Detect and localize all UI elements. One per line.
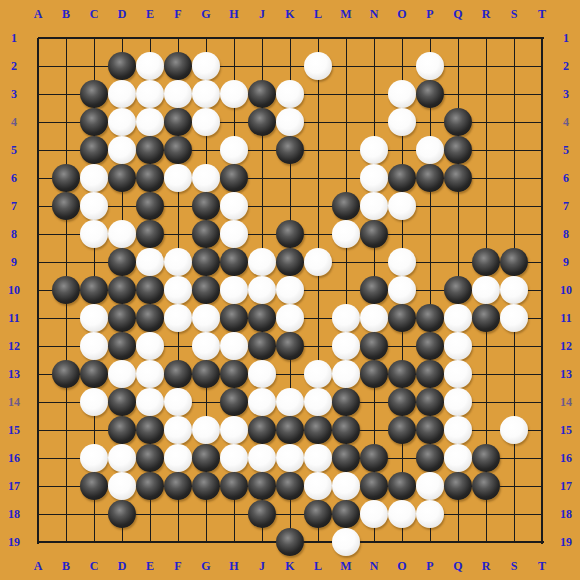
column-label-top: Q [453, 8, 462, 20]
row-label-right: 7 [563, 200, 569, 212]
black-stone [192, 220, 220, 248]
white-stone [304, 472, 332, 500]
black-stone [416, 80, 444, 108]
black-stone [304, 500, 332, 528]
white-stone [248, 248, 276, 276]
row-label-left: 11 [8, 312, 19, 324]
black-stone [360, 360, 388, 388]
black-stone [192, 472, 220, 500]
white-stone [108, 360, 136, 388]
black-stone [248, 472, 276, 500]
black-stone [220, 472, 248, 500]
black-stone [360, 472, 388, 500]
white-stone [108, 136, 136, 164]
column-label-bottom: D [118, 560, 127, 572]
white-stone [416, 52, 444, 80]
white-stone [500, 304, 528, 332]
black-stone [276, 528, 304, 556]
black-stone [136, 444, 164, 472]
white-stone [360, 192, 388, 220]
row-label-right: 19 [560, 536, 572, 548]
white-stone [192, 416, 220, 444]
black-stone [108, 52, 136, 80]
column-label-top: E [146, 8, 154, 20]
white-stone [388, 80, 416, 108]
white-stone [304, 52, 332, 80]
white-stone [332, 472, 360, 500]
black-stone [220, 164, 248, 192]
black-stone [108, 500, 136, 528]
white-stone [80, 164, 108, 192]
black-stone [444, 108, 472, 136]
row-label-right: 4 [563, 116, 569, 128]
black-stone [248, 108, 276, 136]
row-label-right: 18 [560, 508, 572, 520]
column-label-top: P [426, 8, 433, 20]
column-label-top: D [118, 8, 127, 20]
black-stone [192, 360, 220, 388]
row-label-right: 14 [560, 396, 572, 408]
column-label-bottom: T [538, 560, 546, 572]
white-stone [80, 220, 108, 248]
black-stone [472, 444, 500, 472]
black-stone [388, 472, 416, 500]
white-stone [80, 192, 108, 220]
black-stone [248, 304, 276, 332]
white-stone [388, 500, 416, 528]
white-stone [164, 388, 192, 416]
column-label-top: R [482, 8, 491, 20]
row-label-left: 17 [8, 480, 20, 492]
row-label-right: 11 [560, 312, 571, 324]
black-stone [388, 164, 416, 192]
column-label-bottom: J [259, 560, 265, 572]
row-label-right: 3 [563, 88, 569, 100]
black-stone [136, 304, 164, 332]
white-stone [80, 388, 108, 416]
black-stone [136, 472, 164, 500]
black-stone [220, 388, 248, 416]
black-stone [52, 164, 80, 192]
row-label-right: 6 [563, 172, 569, 184]
black-stone [304, 416, 332, 444]
white-stone [304, 248, 332, 276]
row-label-left: 15 [8, 424, 20, 436]
white-stone [220, 220, 248, 248]
column-label-top: K [285, 8, 294, 20]
row-label-right: 8 [563, 228, 569, 240]
column-label-bottom: F [174, 560, 181, 572]
white-stone [444, 332, 472, 360]
black-stone [416, 444, 444, 472]
white-stone [388, 108, 416, 136]
black-stone [388, 304, 416, 332]
row-label-left: 9 [11, 256, 17, 268]
white-stone [164, 276, 192, 304]
black-stone [192, 276, 220, 304]
white-stone [276, 80, 304, 108]
white-stone [80, 304, 108, 332]
black-stone [276, 136, 304, 164]
row-label-left: 12 [8, 340, 20, 352]
row-label-left: 1 [11, 32, 17, 44]
white-stone [276, 444, 304, 472]
white-stone [108, 108, 136, 136]
white-stone [248, 444, 276, 472]
white-stone [164, 164, 192, 192]
white-stone [192, 108, 220, 136]
white-stone [444, 388, 472, 416]
white-stone [136, 108, 164, 136]
column-label-bottom: K [285, 560, 294, 572]
white-stone [360, 500, 388, 528]
row-label-left: 16 [8, 452, 20, 464]
black-stone [472, 248, 500, 276]
column-label-top: C [90, 8, 99, 20]
column-label-top: F [174, 8, 181, 20]
black-stone [360, 220, 388, 248]
black-stone [472, 304, 500, 332]
column-label-top: M [340, 8, 351, 20]
black-stone [52, 192, 80, 220]
row-label-left: 19 [8, 536, 20, 548]
black-stone [472, 472, 500, 500]
black-stone [388, 388, 416, 416]
black-stone [164, 108, 192, 136]
white-stone [444, 416, 472, 444]
black-stone [248, 80, 276, 108]
black-stone [332, 500, 360, 528]
white-stone [80, 332, 108, 360]
black-stone [444, 164, 472, 192]
black-stone [108, 248, 136, 276]
column-label-bottom: R [482, 560, 491, 572]
black-stone [416, 416, 444, 444]
white-stone [388, 248, 416, 276]
black-stone [276, 416, 304, 444]
white-stone [108, 220, 136, 248]
white-stone [304, 388, 332, 416]
go-board[interactable]: AABBCCDDEEFFGGHHJJKKLLMMNNOOPPQQRRSSTT11… [0, 0, 580, 580]
black-stone [276, 248, 304, 276]
row-label-left: 2 [11, 60, 17, 72]
white-stone [388, 276, 416, 304]
black-stone [80, 360, 108, 388]
black-stone [164, 52, 192, 80]
white-stone [444, 360, 472, 388]
black-stone [416, 388, 444, 416]
white-stone [276, 276, 304, 304]
white-stone [472, 276, 500, 304]
row-label-left: 4 [11, 116, 17, 128]
white-stone [164, 248, 192, 276]
white-stone [164, 416, 192, 444]
white-stone [108, 472, 136, 500]
white-stone [444, 304, 472, 332]
black-stone [108, 332, 136, 360]
column-label-bottom: O [397, 560, 406, 572]
column-label-top: H [229, 8, 238, 20]
black-stone [108, 304, 136, 332]
row-label-right: 10 [560, 284, 572, 296]
white-stone [276, 108, 304, 136]
black-stone [332, 444, 360, 472]
column-label-bottom: N [370, 560, 379, 572]
black-stone [80, 276, 108, 304]
black-stone [248, 332, 276, 360]
black-stone [444, 276, 472, 304]
row-label-right: 1 [563, 32, 569, 44]
row-label-left: 18 [8, 508, 20, 520]
black-stone [164, 360, 192, 388]
black-stone [276, 220, 304, 248]
white-stone [220, 276, 248, 304]
white-stone [416, 500, 444, 528]
black-stone [220, 248, 248, 276]
black-stone [416, 360, 444, 388]
white-stone [332, 220, 360, 248]
row-label-left: 6 [11, 172, 17, 184]
black-stone [136, 276, 164, 304]
black-stone [332, 388, 360, 416]
column-label-bottom: M [340, 560, 351, 572]
white-stone [332, 528, 360, 556]
black-stone [136, 220, 164, 248]
black-stone [108, 416, 136, 444]
white-stone [108, 444, 136, 472]
white-stone [164, 80, 192, 108]
black-stone [416, 164, 444, 192]
column-label-bottom: L [314, 560, 322, 572]
white-stone [136, 332, 164, 360]
black-stone [136, 416, 164, 444]
column-label-bottom: P [426, 560, 433, 572]
column-label-bottom: C [90, 560, 99, 572]
row-label-left: 7 [11, 200, 17, 212]
column-label-top: S [511, 8, 518, 20]
row-label-left: 10 [8, 284, 20, 296]
black-stone [136, 136, 164, 164]
black-stone [276, 472, 304, 500]
row-label-left: 5 [11, 144, 17, 156]
column-label-bottom: G [201, 560, 210, 572]
row-label-right: 5 [563, 144, 569, 156]
white-stone [136, 388, 164, 416]
black-stone [192, 444, 220, 472]
black-stone [276, 332, 304, 360]
black-stone [248, 416, 276, 444]
white-stone [192, 52, 220, 80]
column-label-bottom: B [62, 560, 70, 572]
black-stone [360, 276, 388, 304]
black-stone [360, 332, 388, 360]
column-label-top: O [397, 8, 406, 20]
white-stone [192, 304, 220, 332]
black-stone [136, 164, 164, 192]
black-stone [416, 332, 444, 360]
column-label-top: A [34, 8, 43, 20]
white-stone [360, 304, 388, 332]
white-stone [444, 444, 472, 472]
row-label-right: 16 [560, 452, 572, 464]
black-stone [332, 416, 360, 444]
grid-line-vertical [37, 38, 39, 544]
black-stone [388, 360, 416, 388]
column-label-top: B [62, 8, 70, 20]
column-label-top: N [370, 8, 379, 20]
black-stone [80, 80, 108, 108]
white-stone [192, 80, 220, 108]
black-stone [388, 416, 416, 444]
column-label-bottom: H [229, 560, 238, 572]
row-label-right: 12 [560, 340, 572, 352]
white-stone [304, 444, 332, 472]
column-label-top: T [538, 8, 546, 20]
black-stone [80, 136, 108, 164]
grid-line-vertical [541, 38, 543, 544]
row-label-left: 3 [11, 88, 17, 100]
white-stone [220, 416, 248, 444]
white-stone [80, 444, 108, 472]
column-label-bottom: S [511, 560, 518, 572]
white-stone [332, 304, 360, 332]
white-stone [276, 304, 304, 332]
white-stone [192, 332, 220, 360]
black-stone [220, 360, 248, 388]
white-stone [164, 304, 192, 332]
white-stone [248, 360, 276, 388]
column-label-bottom: Q [453, 560, 462, 572]
black-stone [332, 192, 360, 220]
white-stone [304, 360, 332, 388]
row-label-left: 14 [8, 396, 20, 408]
white-stone [388, 192, 416, 220]
white-stone [416, 136, 444, 164]
black-stone [80, 108, 108, 136]
black-stone [192, 192, 220, 220]
white-stone [192, 164, 220, 192]
black-stone [220, 304, 248, 332]
black-stone [108, 164, 136, 192]
white-stone [220, 136, 248, 164]
black-stone [164, 472, 192, 500]
black-stone [108, 388, 136, 416]
black-stone [52, 276, 80, 304]
white-stone [108, 80, 136, 108]
row-label-left: 8 [11, 228, 17, 240]
white-stone [136, 248, 164, 276]
white-stone [276, 388, 304, 416]
white-stone [136, 360, 164, 388]
column-label-top: J [259, 8, 265, 20]
white-stone [136, 80, 164, 108]
white-stone [220, 332, 248, 360]
white-stone [332, 360, 360, 388]
black-stone [136, 192, 164, 220]
white-stone [220, 192, 248, 220]
white-stone [220, 80, 248, 108]
column-label-top: L [314, 8, 322, 20]
black-stone [52, 360, 80, 388]
white-stone [248, 388, 276, 416]
row-label-right: 9 [563, 256, 569, 268]
row-label-right: 17 [560, 480, 572, 492]
white-stone [164, 444, 192, 472]
row-label-right: 15 [560, 424, 572, 436]
black-stone [444, 472, 472, 500]
black-stone [444, 136, 472, 164]
white-stone [500, 416, 528, 444]
white-stone [360, 136, 388, 164]
black-stone [360, 444, 388, 472]
black-stone [164, 136, 192, 164]
white-stone [136, 52, 164, 80]
column-label-bottom: E [146, 560, 154, 572]
grid-line-horizontal [38, 37, 544, 39]
white-stone [220, 444, 248, 472]
white-stone [500, 276, 528, 304]
white-stone [360, 164, 388, 192]
column-label-top: G [201, 8, 210, 20]
column-label-bottom: A [34, 560, 43, 572]
black-stone [108, 276, 136, 304]
black-stone [80, 472, 108, 500]
white-stone [248, 276, 276, 304]
white-stone [416, 472, 444, 500]
row-label-right: 2 [563, 60, 569, 72]
row-label-right: 13 [560, 368, 572, 380]
white-stone [332, 332, 360, 360]
black-stone [500, 248, 528, 276]
black-stone [192, 248, 220, 276]
black-stone [248, 500, 276, 528]
row-label-left: 13 [8, 368, 20, 380]
black-stone [416, 304, 444, 332]
